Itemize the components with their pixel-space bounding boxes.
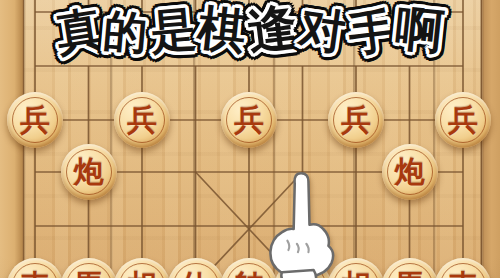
piece-glyph: 車 — [435, 258, 491, 278]
piece-red-elephant[interactable]: 相 — [114, 258, 170, 278]
piece-red-horse[interactable]: 馬 — [61, 258, 117, 278]
piece-red-soldier[interactable]: 兵 — [7, 92, 63, 148]
piece-red-advisor[interactable]: 仕 — [168, 258, 224, 278]
piece-glyph: 兵 — [221, 92, 277, 148]
piece-red-soldier[interactable]: 兵 — [114, 92, 170, 148]
piece-red-soldier[interactable]: 兵 — [328, 92, 384, 148]
xiangqi-game-screen: 兵兵兵兵兵炮炮車馬相仕帥仕相馬車 真的是棋逢对手啊 — [0, 0, 500, 278]
piece-glyph: 兵 — [114, 92, 170, 148]
piece-glyph: 仕 — [168, 258, 224, 278]
piece-red-cannon[interactable]: 炮 — [382, 144, 438, 200]
piece-red-chariot[interactable]: 車 — [7, 258, 63, 278]
piece-red-horse[interactable]: 馬 — [382, 258, 438, 278]
piece-glyph: 炮 — [61, 144, 117, 200]
hand-pointer-cursor — [262, 170, 338, 278]
piece-glyph: 兵 — [328, 92, 384, 148]
piece-red-soldier[interactable]: 兵 — [435, 92, 491, 148]
piece-glyph: 馬 — [61, 258, 117, 278]
piece-glyph: 兵 — [7, 92, 63, 148]
piece-red-chariot[interactable]: 車 — [435, 258, 491, 278]
piece-glyph: 炮 — [382, 144, 438, 200]
piece-red-cannon[interactable]: 炮 — [61, 144, 117, 200]
piece-glyph: 馬 — [382, 258, 438, 278]
piece-glyph: 兵 — [435, 92, 491, 148]
hand-silhouette — [270, 173, 333, 277]
piece-red-soldier[interactable]: 兵 — [221, 92, 277, 148]
piece-glyph: 相 — [114, 258, 170, 278]
hand-cuff — [281, 270, 316, 278]
piece-glyph: 車 — [7, 258, 63, 278]
